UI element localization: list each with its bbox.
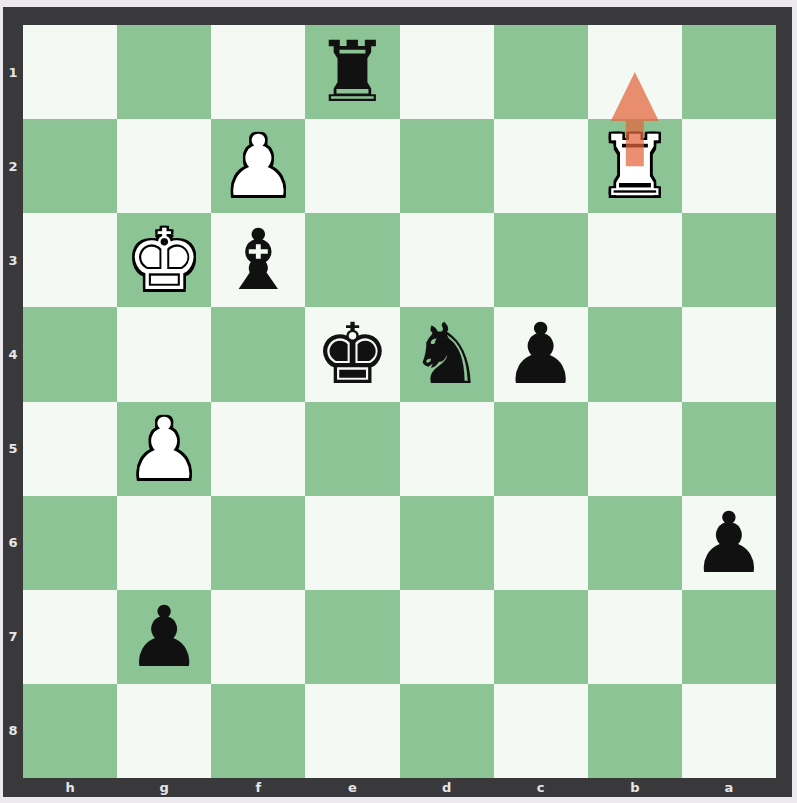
square-f8[interactable] [211, 684, 305, 778]
square-h7[interactable] [23, 590, 117, 684]
file-label-c: c [494, 778, 588, 797]
square-c3[interactable] [494, 213, 588, 307]
square-f5[interactable] [211, 402, 305, 496]
square-b2[interactable]: ♜ [588, 119, 682, 213]
rank-label-6: 6 [3, 496, 23, 590]
square-a8[interactable] [682, 684, 776, 778]
piece-white-king-g3[interactable]: ♚ [127, 218, 202, 302]
square-a3[interactable] [682, 213, 776, 307]
square-b6[interactable] [588, 496, 682, 590]
square-g8[interactable] [117, 684, 211, 778]
square-c8[interactable] [494, 684, 588, 778]
rank-label-5: 5 [3, 402, 23, 496]
file-label-h: h [23, 778, 117, 797]
rank-label-2: 2 [3, 119, 23, 213]
square-b5[interactable] [588, 402, 682, 496]
piece-black-pawn-c4[interactable]: ♟ [503, 312, 578, 396]
chess-board-frame: ♜♟♜♚♝♚♞♟♟♟♟ 12345678 hgfedcba [3, 7, 792, 797]
square-f1[interactable] [211, 25, 305, 119]
square-d2[interactable] [400, 119, 494, 213]
square-g6[interactable] [117, 496, 211, 590]
file-label-d: d [400, 778, 494, 797]
square-a1[interactable] [682, 25, 776, 119]
piece-white-pawn-f2[interactable]: ♟ [221, 124, 296, 208]
square-c6[interactable] [494, 496, 588, 590]
file-label-e: e [305, 778, 399, 797]
file-label-b: b [588, 778, 682, 797]
square-g3[interactable]: ♚ [117, 213, 211, 307]
square-b1[interactable] [588, 25, 682, 119]
square-a2[interactable] [682, 119, 776, 213]
piece-black-pawn-a6[interactable]: ♟ [691, 501, 766, 585]
file-label-a: a [682, 778, 776, 797]
square-d5[interactable] [400, 402, 494, 496]
square-a7[interactable] [682, 590, 776, 684]
square-c5[interactable] [494, 402, 588, 496]
square-h3[interactable] [23, 213, 117, 307]
piece-black-bishop-f3[interactable]: ♝ [221, 218, 296, 302]
square-c4[interactable]: ♟ [494, 307, 588, 401]
square-f2[interactable]: ♟ [211, 119, 305, 213]
square-d4[interactable]: ♞ [400, 307, 494, 401]
square-c2[interactable] [494, 119, 588, 213]
square-d8[interactable] [400, 684, 494, 778]
square-d7[interactable] [400, 590, 494, 684]
square-f4[interactable] [211, 307, 305, 401]
square-e7[interactable] [305, 590, 399, 684]
piece-black-knight-d4[interactable]: ♞ [409, 312, 484, 396]
piece-black-rook-e1[interactable]: ♜ [315, 30, 390, 114]
square-e5[interactable] [305, 402, 399, 496]
square-e1[interactable]: ♜ [305, 25, 399, 119]
square-b3[interactable] [588, 213, 682, 307]
square-a5[interactable] [682, 402, 776, 496]
square-d1[interactable] [400, 25, 494, 119]
page-background: { "game": "chess", "board": { "orientati… [0, 0, 797, 803]
file-label-f: f [211, 778, 305, 797]
square-g4[interactable] [117, 307, 211, 401]
piece-white-rook-b2[interactable]: ♜ [597, 124, 672, 208]
piece-black-pawn-g7[interactable]: ♟ [127, 595, 202, 679]
square-g2[interactable] [117, 119, 211, 213]
square-h8[interactable] [23, 684, 117, 778]
rank-label-7: 7 [3, 590, 23, 684]
square-g1[interactable] [117, 25, 211, 119]
file-label-g: g [117, 778, 211, 797]
square-b8[interactable] [588, 684, 682, 778]
square-e3[interactable] [305, 213, 399, 307]
square-a6[interactable]: ♟ [682, 496, 776, 590]
rank-label-1: 1 [3, 25, 23, 119]
square-e6[interactable] [305, 496, 399, 590]
square-d6[interactable] [400, 496, 494, 590]
square-e4[interactable]: ♚ [305, 307, 399, 401]
square-h6[interactable] [23, 496, 117, 590]
rank-label-3: 3 [3, 213, 23, 307]
square-g5[interactable]: ♟ [117, 402, 211, 496]
rank-label-4: 4 [3, 307, 23, 401]
square-c1[interactable] [494, 25, 588, 119]
square-b7[interactable] [588, 590, 682, 684]
square-d3[interactable] [400, 213, 494, 307]
square-e2[interactable] [305, 119, 399, 213]
square-e8[interactable] [305, 684, 399, 778]
square-b4[interactable] [588, 307, 682, 401]
square-f7[interactable] [211, 590, 305, 684]
rank-label-8: 8 [3, 684, 23, 778]
square-h5[interactable] [23, 402, 117, 496]
square-c7[interactable] [494, 590, 588, 684]
piece-white-pawn-g5[interactable]: ♟ [127, 407, 202, 491]
square-f3[interactable]: ♝ [211, 213, 305, 307]
square-h2[interactable] [23, 119, 117, 213]
square-g7[interactable]: ♟ [117, 590, 211, 684]
square-a4[interactable] [682, 307, 776, 401]
square-h4[interactable] [23, 307, 117, 401]
chess-board: ♜♟♜♚♝♚♞♟♟♟♟ [23, 25, 776, 778]
square-f6[interactable] [211, 496, 305, 590]
piece-black-king-e4[interactable]: ♚ [315, 312, 390, 396]
square-h1[interactable] [23, 25, 117, 119]
